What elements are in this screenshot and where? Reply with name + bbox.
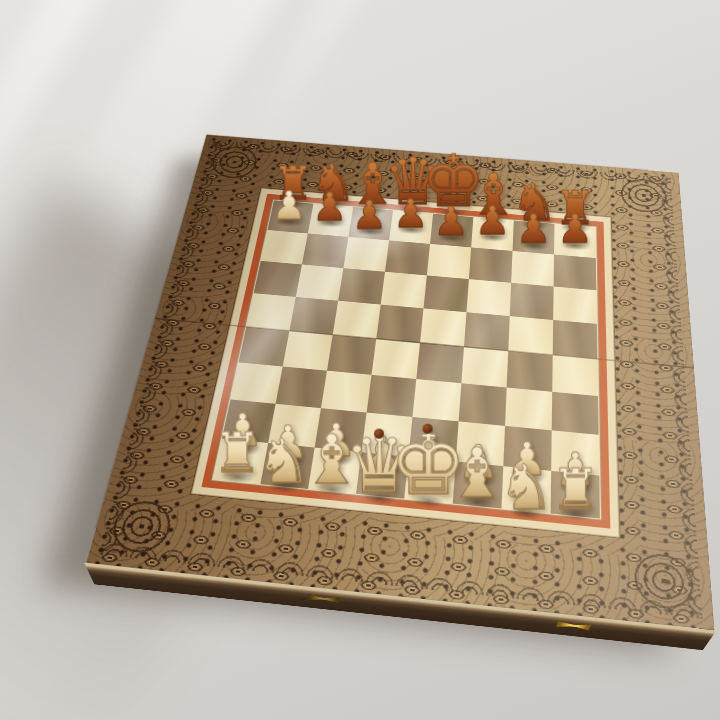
pawn-glyph: ♟	[475, 203, 510, 240]
chess-box: ♜♞♝♛♚♝♞♜♟♟♟♟♟♟♟♟♟♟♟♟♟♟♟♟♜♞♝♛♚♝♞♜	[86, 135, 714, 630]
scene: ♜♞♝♛♚♝♞♜♟♟♟♟♟♟♟♟♟♟♟♟♟♟♟♟♜♞♝♛♚♝♞♜	[0, 0, 720, 720]
pawn-glyph: ♟	[352, 197, 387, 234]
pieces-layer: ♜♞♝♛♚♝♞♜♟♟♟♟♟♟♟♟♟♟♟♟♟♟♟♟♜♞♝♛♚♝♞♜	[191, 188, 620, 538]
pawn-glyph: ♟	[557, 211, 592, 248]
pawn-glyph: ♟	[434, 203, 469, 240]
pawn-glyph: ♟	[312, 189, 347, 226]
pawn-glyph: ♟	[393, 195, 428, 232]
pawn-glyph: ♟	[272, 188, 307, 225]
brass-hinge-icon	[307, 594, 339, 603]
brass-hinge-icon	[556, 621, 591, 630]
pawn-glyph: ♟	[516, 211, 551, 248]
box-top-face: ♜♞♝♛♚♝♞♜♟♟♟♟♟♟♟♟♟♟♟♟♟♟♟♟♜♞♝♛♚♝♞♜	[86, 135, 714, 630]
rook-glyph: ♜	[212, 428, 261, 480]
knight-glyph: ♞	[498, 457, 554, 516]
rook-glyph: ♜	[550, 464, 600, 517]
